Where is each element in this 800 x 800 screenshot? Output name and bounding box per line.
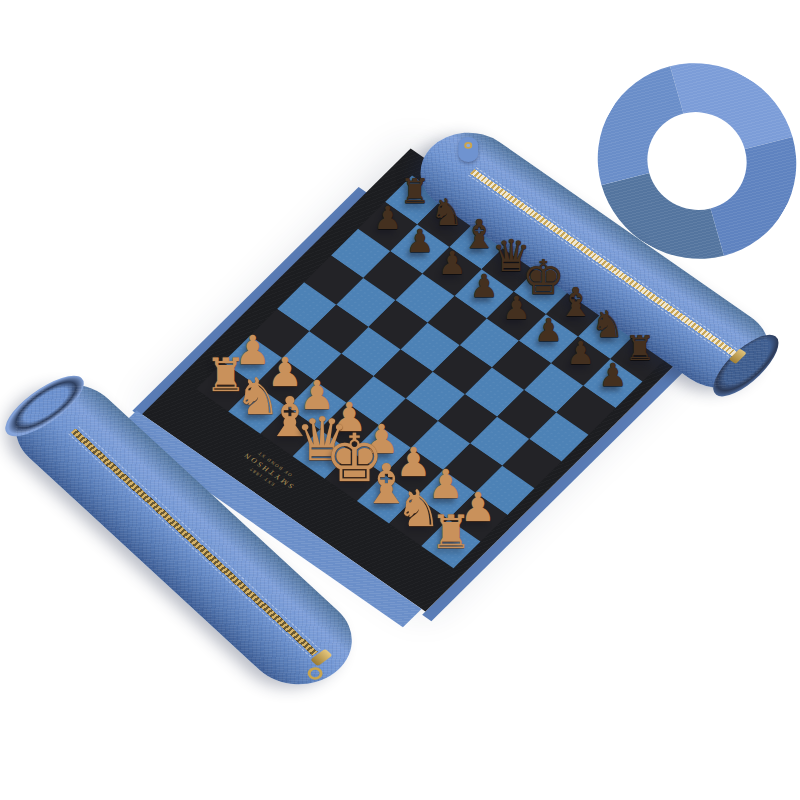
piece-black-knight[interactable]: ♞ [430,194,463,231]
piece-black-pawn[interactable]: ♟ [599,359,628,391]
piece-black-knight[interactable]: ♞ [591,306,624,343]
piece-black-pawn[interactable]: ♟ [534,314,563,346]
product-photo: EST 1887 SMYTHSON OF BOND ST ♜♞♝♛♚♝♞♜♟♟♟… [0,0,800,800]
piece-black-rook[interactable]: ♜ [399,174,429,208]
piece-black-pawn[interactable]: ♟ [373,202,402,234]
piece-black-pawn[interactable]: ♟ [502,292,531,324]
piece-black-pawn[interactable]: ♟ [566,337,595,369]
piece-white-rook[interactable]: ♜ [430,509,471,555]
piece-black-pawn[interactable]: ♟ [470,270,499,302]
zipper-ring-icon [305,665,326,683]
piece-black-pawn[interactable]: ♟ [405,225,434,257]
piece-black-rook[interactable]: ♜ [625,331,655,365]
zipper-tab-icon [458,137,478,162]
piece-black-pawn[interactable]: ♟ [438,247,467,279]
